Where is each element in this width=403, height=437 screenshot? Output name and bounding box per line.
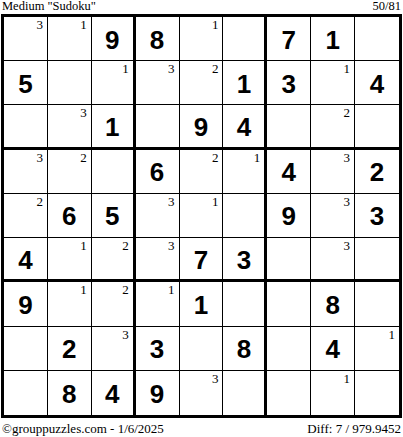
cell-r9c8[interactable]: 1 [311,371,355,415]
cell-r5c3[interactable]: 5 [92,194,136,238]
copyright-credit: ©grouppuzzles.com - 1/6/2025 [2,421,164,436]
cell-r2c9[interactable]: 4 [355,61,399,105]
given-digit: 5 [105,201,119,229]
cell-r7c7[interactable] [267,282,311,326]
given-digit: 3 [237,245,251,273]
given-digit: 4 [105,379,119,407]
cell-r6c2[interactable]: 1 [48,238,92,282]
cell-r3c3[interactable]: 1 [92,105,136,149]
cell-r7c1[interactable]: 9 [4,282,48,326]
given-digit: 3 [370,201,384,229]
cell-r3c2[interactable]: 3 [48,105,92,149]
given-digit: 3 [150,334,164,362]
cell-r4c4[interactable]: 6 [136,150,180,194]
pencil-mark: 3 [168,239,175,252]
pencil-mark: 1 [212,195,219,208]
cell-r1c2[interactable]: 1 [48,17,92,61]
progress-counter: 50/81 [373,0,401,13]
pencil-mark: 2 [344,106,351,119]
cell-r9c9[interactable] [355,371,399,415]
pencil-mark: 2 [212,62,219,75]
cell-r1c7[interactable]: 7 [267,17,311,61]
cell-r7c8[interactable]: 8 [311,282,355,326]
pencil-mark: 2 [122,239,129,252]
pencil-mark: 3 [212,372,219,385]
cell-r3c5[interactable]: 9 [180,105,224,149]
cell-r6c7[interactable] [267,238,311,282]
cell-r5c9[interactable]: 3 [355,194,399,238]
given-digit: 7 [194,245,208,273]
given-digit: 8 [150,25,164,53]
given-digit: 9 [105,25,119,53]
cell-r2c1[interactable]: 5 [4,61,48,105]
given-digit: 2 [62,334,76,362]
cell-r6c1[interactable]: 4 [4,238,48,282]
difficulty-label: Diff: 7 / 979.9452 [307,421,401,436]
cell-r6c3[interactable]: 2 [92,238,136,282]
cell-r3c6[interactable]: 4 [223,105,267,149]
cell-r5c8[interactable]: 3 [311,194,355,238]
pencil-mark: 3 [344,239,351,252]
given-digit: 7 [282,25,296,53]
cell-r9c2[interactable]: 8 [48,371,92,415]
pencil-mark: 1 [389,328,396,341]
cell-r8c5[interactable] [180,327,224,371]
pencil-mark: 1 [80,283,87,296]
cell-r1c6[interactable] [223,17,267,61]
pencil-mark: 3 [122,328,129,341]
pencil-mark: 3 [36,18,43,31]
cell-r2c2[interactable] [48,61,92,105]
pencil-mark: 1 [344,372,351,385]
given-digit: 9 [150,379,164,407]
cell-r6c8[interactable]: 3 [311,238,355,282]
given-digit: 1 [325,25,339,53]
cell-r8c3[interactable]: 3 [92,327,136,371]
cell-r2c5[interactable]: 2 [180,61,224,105]
cell-r5c1[interactable]: 2 [4,194,48,238]
given-digit: 5 [18,69,32,97]
cell-r7c3[interactable]: 2 [92,282,136,326]
cell-r1c3[interactable]: 9 [92,17,136,61]
cell-r3c9[interactable] [355,105,399,149]
cell-r2c4[interactable]: 3 [136,61,180,105]
given-digit: 8 [237,334,251,362]
cell-r4c5[interactable]: 2 [180,150,224,194]
given-digit: 4 [18,245,32,273]
cell-r5c2[interactable]: 6 [48,194,92,238]
cell-r9c4[interactable]: 9 [136,371,180,415]
pencil-mark: 2 [122,283,129,296]
cell-r4c1[interactable]: 3 [4,150,48,194]
cell-r5c5[interactable]: 1 [180,194,224,238]
cell-r9c7[interactable] [267,371,311,415]
cell-r7c5[interactable]: 1 [180,282,224,326]
cell-r3c4[interactable] [136,105,180,149]
cell-r8c1[interactable] [4,327,48,371]
pencil-mark: 1 [80,18,87,31]
cell-r1c9[interactable] [355,17,399,61]
cell-r6c9[interactable] [355,238,399,282]
given-digit: 9 [18,290,32,318]
cell-r4c3[interactable] [92,150,136,194]
pencil-mark: 1 [212,18,219,31]
cell-r3c7[interactable] [267,105,311,149]
given-digit: 1 [105,112,119,140]
pencil-mark: 3 [36,151,43,164]
cell-r2c8[interactable]: 1 [311,61,355,105]
cell-r8c2[interactable]: 2 [48,327,92,371]
cell-r9c1[interactable] [4,371,48,415]
given-digit: 4 [370,69,384,97]
cell-r4c8[interactable]: 3 [311,150,355,194]
given-digit: 9 [282,201,296,229]
cell-r9c5[interactable]: 3 [180,371,224,415]
cell-r8c7[interactable] [267,327,311,371]
cell-r5c4[interactable]: 3 [136,194,180,238]
cell-r4c9[interactable]: 2 [355,150,399,194]
pencil-mark: 3 [168,62,175,75]
pencil-mark: 3 [344,195,351,208]
pencil-mark: 1 [80,239,87,252]
cell-r1c5[interactable]: 1 [180,17,224,61]
cell-r5c6[interactable] [223,194,267,238]
pencil-mark: 3 [80,106,87,119]
cell-r7c6[interactable] [223,282,267,326]
given-digit: 9 [194,112,208,140]
pencil-mark: 1 [254,151,261,164]
cell-r3c1[interactable] [4,105,48,149]
cell-r4c2[interactable]: 2 [48,150,92,194]
cell-r7c9[interactable] [355,282,399,326]
cell-r8c6[interactable]: 8 [223,327,267,371]
cell-r5c7[interactable]: 9 [267,194,311,238]
pencil-mark: 1 [168,283,175,296]
cell-r2c6[interactable]: 1 [223,61,267,105]
given-digit: 1 [237,69,251,97]
cell-r1c8[interactable]: 1 [311,17,355,61]
pencil-mark: 1 [122,62,129,75]
given-digit: 4 [237,112,251,140]
cell-r2c7[interactable]: 3 [267,61,311,105]
given-digit: 2 [370,157,384,185]
given-digit: 6 [62,201,76,229]
given-digit: 4 [325,334,339,362]
cell-r2c3[interactable]: 1 [92,61,136,105]
pencil-mark: 2 [36,195,43,208]
pencil-mark: 2 [212,151,219,164]
pencil-mark: 3 [168,195,175,208]
pencil-mark: 3 [344,151,351,164]
given-digit: 8 [62,379,76,407]
pencil-mark: 1 [344,62,351,75]
page-title: Medium "Sudoku" [2,0,96,13]
cell-r9c3[interactable]: 4 [92,371,136,415]
cell-r8c9[interactable]: 1 [355,327,399,371]
cell-r1c4[interactable]: 8 [136,17,180,61]
pencil-mark: 2 [80,151,87,164]
cell-r4c6[interactable]: 1 [223,150,267,194]
footer: ©grouppuzzles.com - 1/6/2025 Diff: 7 / 9… [2,421,401,436]
given-digit: 3 [282,69,296,97]
given-digit: 6 [150,157,164,185]
cell-r8c4[interactable]: 3 [136,327,180,371]
given-digit: 4 [282,157,296,185]
cell-r1c1[interactable]: 3 [4,17,48,61]
cell-r9c6[interactable] [223,371,267,415]
cell-r6c6[interactable]: 3 [223,238,267,282]
cell-r7c4[interactable]: 1 [136,282,180,326]
cell-r7c2[interactable]: 1 [48,282,92,326]
header: Medium "Sudoku" 50/81 [2,0,401,13]
cell-r4c7[interactable]: 4 [267,150,311,194]
sudoku-grid: 3198171513213143194232621432265319334123… [1,14,402,418]
cell-r6c4[interactable]: 3 [136,238,180,282]
cell-r6c5[interactable]: 7 [180,238,224,282]
cell-r8c8[interactable]: 4 [311,327,355,371]
given-digit: 8 [325,290,339,318]
given-digit: 1 [194,290,208,318]
cell-r3c8[interactable]: 2 [311,105,355,149]
